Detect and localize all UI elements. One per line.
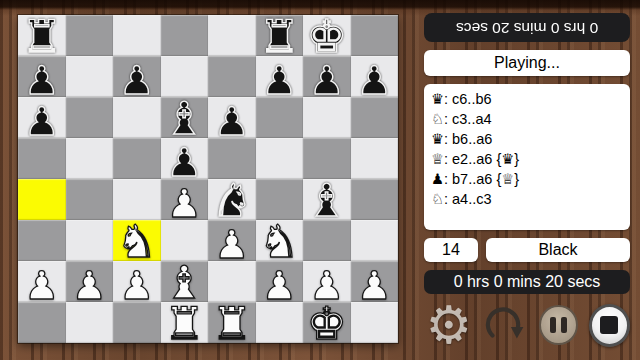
square-f6[interactable] — [256, 97, 304, 138]
square-d6[interactable]: ♝ — [161, 97, 209, 138]
status-button[interactable]: Playing... — [424, 50, 630, 76]
square-h1[interactable] — [351, 302, 399, 343]
square-a3[interactable] — [18, 220, 66, 261]
piece-black-pawn[interactable]: ♟ — [119, 61, 154, 100]
square-f4[interactable] — [256, 179, 304, 220]
status-label: Playing... — [494, 54, 560, 72]
square-e2[interactable] — [208, 261, 256, 302]
square-h8[interactable] — [351, 15, 399, 56]
square-b4[interactable] — [66, 179, 114, 220]
square-c3[interactable]: ♞ — [113, 220, 161, 261]
move-entry: ♕: e2..a6 {♛} — [431, 149, 630, 169]
piece-black-knight[interactable]: ♞ — [212, 178, 252, 223]
turn-indicator: Black — [486, 238, 630, 262]
move-entry: ♛: c6..b6 — [431, 89, 630, 109]
stop-square-icon — [600, 316, 618, 334]
square-h4[interactable] — [351, 179, 399, 220]
piece-white-rook[interactable]: ♜ — [212, 301, 252, 346]
piece-white-pawn[interactable]: ♟ — [262, 266, 297, 305]
square-d5[interactable]: ♟ — [161, 138, 209, 179]
piece-black-pawn[interactable]: ♟ — [262, 61, 297, 100]
piece-white-king[interactable]: ♚ — [307, 301, 347, 346]
square-a7[interactable]: ♟ — [18, 56, 66, 97]
move-entry: ♟: b7..a6 {♕} — [431, 169, 630, 189]
stop-button[interactable] — [589, 304, 630, 347]
square-c4[interactable] — [113, 179, 161, 220]
square-d4[interactable]: ♟ — [161, 179, 209, 220]
square-d3[interactable] — [161, 220, 209, 261]
square-c2[interactable]: ♟ — [113, 261, 161, 302]
move-entry: ♘: c3..a4 — [431, 109, 630, 129]
piece-black-pawn[interactable]: ♟ — [309, 61, 344, 100]
square-b8[interactable] — [66, 15, 114, 56]
square-h5[interactable] — [351, 138, 399, 179]
square-e3[interactable]: ♟ — [208, 220, 256, 261]
player-clock: 0 hrs 0 mins 20 secs — [424, 270, 630, 294]
square-b5[interactable] — [66, 138, 114, 179]
square-e7[interactable] — [208, 56, 256, 97]
piece-white-pawn[interactable]: ♟ — [214, 225, 249, 264]
square-f1[interactable] — [256, 302, 304, 343]
square-e5[interactable] — [208, 138, 256, 179]
square-b1[interactable] — [66, 302, 114, 343]
square-d7[interactable] — [161, 56, 209, 97]
square-d8[interactable] — [161, 15, 209, 56]
square-c8[interactable] — [113, 15, 161, 56]
square-b6[interactable] — [66, 97, 114, 138]
square-c1[interactable] — [113, 302, 161, 343]
square-e1[interactable]: ♜ — [208, 302, 256, 343]
square-b3[interactable] — [66, 220, 114, 261]
square-a5[interactable] — [18, 138, 66, 179]
control-bar: ⚙ — [424, 301, 630, 349]
piece-white-pawn[interactable]: ♟ — [167, 184, 202, 223]
piece-black-bishop[interactable]: ♝ — [164, 96, 204, 141]
piece-white-knight[interactable]: ♞ — [117, 219, 157, 264]
piece-black-pawn[interactable]: ♟ — [357, 61, 392, 100]
move-info-row: 14 Black — [424, 238, 630, 262]
move-entry: ♛: b6..a6 — [431, 129, 630, 149]
square-h6[interactable] — [351, 97, 399, 138]
square-e6[interactable]: ♟ — [208, 97, 256, 138]
sidebar: 0 hrs 0 mins 20 secs Playing... ♛: c6..b… — [424, 13, 630, 349]
piece-black-bishop[interactable]: ♝ — [307, 178, 347, 223]
redo-icon[interactable] — [482, 302, 526, 348]
square-f2[interactable]: ♟ — [256, 261, 304, 302]
square-g6[interactable] — [303, 97, 351, 138]
square-f7[interactable]: ♟ — [256, 56, 304, 97]
square-b2[interactable]: ♟ — [66, 261, 114, 302]
square-c7[interactable]: ♟ — [113, 56, 161, 97]
piece-white-knight[interactable]: ♞ — [259, 219, 299, 264]
square-e8[interactable] — [208, 15, 256, 56]
pause-bar — [550, 317, 556, 333]
square-h2[interactable]: ♟ — [351, 261, 399, 302]
square-c6[interactable] — [113, 97, 161, 138]
square-d2[interactable]: ♝ — [161, 261, 209, 302]
square-a6[interactable]: ♟ — [18, 97, 66, 138]
square-a2[interactable]: ♟ — [18, 261, 66, 302]
move-entry: ♘: a4..c3 — [431, 189, 630, 209]
piece-black-rook[interactable]: ♜ — [22, 14, 62, 59]
piece-white-pawn[interactable]: ♟ — [24, 266, 59, 305]
app-window: ♜♜♚♟♟♟♟♟♟♝♟♟♟♞♝♞♟♞♟♟♟♝♟♟♟♜♜♚ 0 hrs 0 min… — [0, 0, 640, 360]
piece-black-pawn[interactable]: ♟ — [167, 143, 202, 182]
move-list[interactable]: ♛: c6..b6 ♘: c3..a4 ♛: b6..a6 ♕: e2..a6 … — [424, 84, 630, 230]
square-b7[interactable] — [66, 56, 114, 97]
square-f3[interactable]: ♞ — [256, 220, 304, 261]
square-a1[interactable] — [18, 302, 66, 343]
square-g8[interactable]: ♚ — [303, 15, 351, 56]
chess-board: ♜♜♚♟♟♟♟♟♟♝♟♟♟♞♝♞♟♞♟♟♟♝♟♟♟♜♜♚ — [18, 15, 398, 343]
square-a8[interactable]: ♜ — [18, 15, 66, 56]
square-d1[interactable]: ♜ — [161, 302, 209, 343]
piece-black-rook[interactable]: ♜ — [259, 14, 299, 59]
piece-black-pawn[interactable]: ♟ — [24, 61, 59, 100]
piece-white-pawn[interactable]: ♟ — [72, 266, 107, 305]
square-g5[interactable] — [303, 138, 351, 179]
square-c5[interactable] — [113, 138, 161, 179]
square-h3[interactable] — [351, 220, 399, 261]
square-g4[interactable]: ♝ — [303, 179, 351, 220]
opponent-clock: 0 hrs 0 mins 20 secs — [424, 13, 630, 42]
piece-white-pawn[interactable]: ♟ — [119, 266, 154, 305]
square-f8[interactable]: ♜ — [256, 15, 304, 56]
settings-gear-icon[interactable]: ⚙ — [424, 301, 474, 349]
square-g2[interactable]: ♟ — [303, 261, 351, 302]
square-g1[interactable]: ♚ — [303, 302, 351, 343]
square-g7[interactable]: ♟ — [303, 56, 351, 97]
piece-black-king[interactable]: ♚ — [307, 14, 347, 59]
move-number: 14 — [424, 238, 478, 262]
pause-bar — [561, 317, 567, 333]
piece-black-pawn[interactable]: ♟ — [24, 102, 59, 141]
pause-button[interactable] — [539, 305, 577, 345]
square-h7[interactable]: ♟ — [351, 56, 399, 97]
square-a4[interactable] — [18, 179, 66, 220]
square-e4[interactable]: ♞ — [208, 179, 256, 220]
piece-white-rook[interactable]: ♜ — [164, 301, 204, 346]
piece-black-pawn[interactable]: ♟ — [214, 102, 249, 141]
square-g3[interactable] — [303, 220, 351, 261]
piece-white-pawn[interactable]: ♟ — [357, 266, 392, 305]
square-f5[interactable] — [256, 138, 304, 179]
opponent-clock-text: 0 hrs 0 mins 20 secs — [456, 19, 598, 37]
